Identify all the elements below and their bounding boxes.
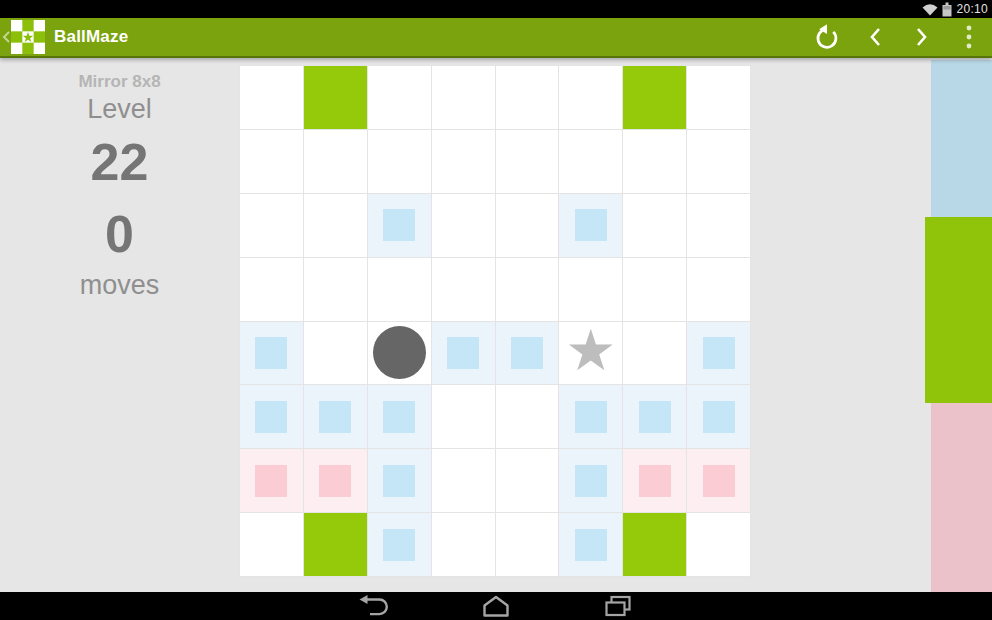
cell-r2c3 [432, 194, 495, 257]
back-button[interactable] [357, 594, 391, 618]
cell-r2c7 [687, 194, 750, 257]
moves-label: moves [0, 268, 239, 302]
game-area: Mirror 8x8 Level 22 0 moves ★ [0, 58, 992, 592]
overflow-menu-button[interactable] [945, 18, 992, 56]
cell-r7c4 [496, 513, 559, 576]
cell-r7c6 [623, 513, 686, 576]
level-value: 22 [0, 134, 239, 190]
cell-r0c2 [368, 66, 431, 129]
pink-square-marker [319, 465, 351, 497]
up-caret-icon [2, 28, 11, 46]
cell-r2c5 [559, 194, 622, 257]
next-level-button[interactable] [898, 18, 945, 56]
cell-r5c2 [368, 385, 431, 448]
cell-r0c0 [240, 66, 303, 129]
cell-r4c4 [496, 322, 559, 385]
cell-r1c3 [432, 130, 495, 193]
cell-r5c7 [687, 385, 750, 448]
cell-r5c5 [559, 385, 622, 448]
cell-r3c3 [432, 258, 495, 321]
level-label: Level [0, 92, 239, 126]
chevron-left-icon [868, 26, 882, 48]
cell-r7c5 [559, 513, 622, 576]
cell-r0c6 [623, 66, 686, 129]
cell-r6c5 [559, 449, 622, 512]
restart-icon [814, 24, 841, 51]
cell-r2c4 [496, 194, 559, 257]
cell-r0c3 [432, 66, 495, 129]
blue-square-marker [703, 401, 735, 433]
cell-r3c5 [559, 258, 622, 321]
android-nav-bar [0, 592, 992, 620]
pink-square-marker [255, 465, 287, 497]
blue-square-marker [703, 337, 735, 369]
cell-r3c6 [623, 258, 686, 321]
cell-r6c0 [240, 449, 303, 512]
cell-r0c4 [496, 66, 559, 129]
battery-icon [942, 2, 952, 17]
cell-r1c0 [240, 130, 303, 193]
cell-r2c0 [240, 194, 303, 257]
cell-r7c1 [304, 513, 367, 576]
cell-r6c3 [432, 449, 495, 512]
cell-r7c3 [432, 513, 495, 576]
blue-square-marker [319, 401, 351, 433]
cell-r7c7 [687, 513, 750, 576]
cell-r6c6 [623, 449, 686, 512]
right-strip-pink [931, 403, 992, 592]
cell-r2c1 [304, 194, 367, 257]
cell-r3c7 [687, 258, 750, 321]
cell-r1c6 [623, 130, 686, 193]
pink-square-marker [639, 465, 671, 497]
board-name: Mirror 8x8 [0, 72, 239, 92]
blue-square-marker [383, 401, 415, 433]
cell-r4c7 [687, 322, 750, 385]
cell-r4c5: ★ [559, 322, 622, 385]
cell-r0c1 [304, 66, 367, 129]
cell-r1c7 [687, 130, 750, 193]
home-button[interactable] [479, 594, 513, 618]
right-strip-blue [931, 60, 992, 217]
up-navigation[interactable]: BallMaze [0, 18, 128, 56]
cell-r4c3 [432, 322, 495, 385]
ball[interactable] [373, 326, 426, 379]
cell-r5c1 [304, 385, 367, 448]
overflow-menu-icon [966, 25, 972, 49]
score-panel: Mirror 8x8 Level 22 0 moves [0, 58, 239, 302]
right-strip-green [925, 217, 992, 403]
blue-square-marker [255, 337, 287, 369]
cell-r4c1 [304, 322, 367, 385]
cell-r6c2 [368, 449, 431, 512]
cell-r3c0 [240, 258, 303, 321]
blue-square-marker [575, 401, 607, 433]
blue-square-marker [639, 401, 671, 433]
cell-r1c1 [304, 130, 367, 193]
app-icon [11, 20, 45, 54]
cell-r5c3 [432, 385, 495, 448]
cell-r6c7 [687, 449, 750, 512]
cell-r5c4 [496, 385, 559, 448]
cell-r1c5 [559, 130, 622, 193]
cell-r1c4 [496, 130, 559, 193]
blue-square-marker [383, 209, 415, 241]
status-bar: 20:10 [0, 0, 992, 18]
recents-button[interactable] [601, 594, 635, 618]
cell-r2c2 [368, 194, 431, 257]
cell-r4c6 [623, 322, 686, 385]
back-icon [358, 594, 390, 618]
blue-square-marker [575, 209, 607, 241]
cell-r4c2 [368, 322, 431, 385]
blue-square-marker [255, 401, 287, 433]
blue-square-marker [383, 529, 415, 561]
restart-level-button[interactable] [804, 18, 851, 56]
blue-square-marker [511, 337, 543, 369]
cell-r5c0 [240, 385, 303, 448]
blue-square-marker [447, 337, 479, 369]
moves-value: 0 [0, 206, 239, 262]
cell-r5c6 [623, 385, 686, 448]
previous-level-button[interactable] [851, 18, 898, 56]
cell-r1c2 [368, 130, 431, 193]
cell-r0c5 [559, 66, 622, 129]
cell-r6c4 [496, 449, 559, 512]
target-star-icon: ★ [565, 322, 616, 379]
wifi-icon [922, 3, 938, 16]
board-grid[interactable]: ★ [239, 65, 751, 577]
cell-r3c2 [368, 258, 431, 321]
blue-square-marker [575, 529, 607, 561]
app-title: BallMaze [54, 27, 128, 47]
recents-icon [603, 594, 633, 618]
pink-square-marker [703, 465, 735, 497]
cell-r3c1 [304, 258, 367, 321]
cell-r0c7 [687, 66, 750, 129]
blue-square-marker [383, 465, 415, 497]
cell-r3c4 [496, 258, 559, 321]
cell-r7c2 [368, 513, 431, 576]
cell-r7c0 [240, 513, 303, 576]
cell-r4c0 [240, 322, 303, 385]
home-icon [481, 594, 511, 618]
chevron-right-icon [915, 26, 929, 48]
clock: 20:10 [956, 2, 988, 16]
cell-r6c1 [304, 449, 367, 512]
cell-r2c6 [623, 194, 686, 257]
blue-square-marker [575, 465, 607, 497]
action-bar: BallMaze [0, 18, 992, 58]
